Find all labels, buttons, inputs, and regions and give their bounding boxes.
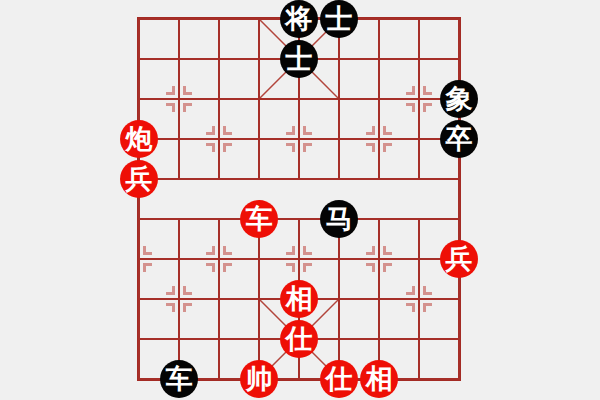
piece-red-pawn-2[interactable]: 兵: [440, 240, 478, 278]
point-marker: [383, 246, 392, 255]
grid-line: [418, 18, 420, 180]
grid-line: [258, 18, 260, 180]
point-marker: [406, 286, 415, 295]
point-marker: [423, 103, 432, 112]
grid-line: [138, 18, 140, 380]
point-marker: [183, 286, 192, 295]
point-marker: [183, 86, 192, 95]
point-marker: [366, 143, 375, 152]
xiangqi-app: 将士士象卒马车炮兵车兵相仕帅仕相: [0, 0, 600, 400]
point-marker: [406, 303, 415, 312]
point-marker: [366, 126, 375, 135]
piece-red-cannon[interactable]: 炮: [120, 120, 158, 158]
grid-line: [218, 18, 220, 180]
point-marker: [406, 86, 415, 95]
point-marker: [383, 126, 392, 135]
piece-red-general[interactable]: 帅: [240, 360, 278, 398]
point-marker: [303, 263, 312, 272]
grid-line: [458, 18, 460, 380]
point-marker: [286, 246, 295, 255]
point-marker: [303, 246, 312, 255]
point-marker: [303, 126, 312, 135]
point-marker: [206, 143, 215, 152]
piece-black-horse[interactable]: 马: [320, 200, 358, 238]
piece-red-elephant-1[interactable]: 相: [280, 280, 318, 318]
point-marker: [383, 143, 392, 152]
grid-line: [418, 218, 420, 380]
piece-red-pawn-1[interactable]: 兵: [120, 160, 158, 198]
point-marker: [303, 143, 312, 152]
grid-line: [338, 218, 340, 380]
point-marker: [223, 143, 232, 152]
point-marker: [183, 103, 192, 112]
point-marker: [423, 86, 432, 95]
point-marker: [383, 263, 392, 272]
grid-line: [258, 218, 260, 380]
point-marker: [423, 303, 432, 312]
point-marker: [223, 263, 232, 272]
grid-line: [178, 18, 180, 180]
point-marker: [206, 263, 215, 272]
grid-line: [378, 18, 380, 180]
point-marker: [286, 143, 295, 152]
point-marker: [143, 246, 152, 255]
point-marker: [366, 246, 375, 255]
grid-line: [218, 218, 220, 380]
point-marker: [423, 286, 432, 295]
piece-black-pawn[interactable]: 卒: [440, 120, 478, 158]
piece-black-advisor-2[interactable]: 士: [280, 40, 318, 78]
point-marker: [166, 303, 175, 312]
piece-black-chariot[interactable]: 车: [160, 360, 198, 398]
piece-red-advisor-1[interactable]: 仕: [280, 320, 318, 358]
point-marker: [166, 86, 175, 95]
point-marker: [286, 263, 295, 272]
piece-black-elephant[interactable]: 象: [440, 80, 478, 118]
point-marker: [183, 303, 192, 312]
point-marker: [166, 103, 175, 112]
grid-line: [378, 218, 380, 380]
piece-red-chariot[interactable]: 车: [240, 200, 278, 238]
piece-red-elephant-2[interactable]: 相: [360, 360, 398, 398]
point-marker: [223, 246, 232, 255]
point-marker: [223, 126, 232, 135]
grid-line: [178, 218, 180, 380]
xiangqi-board[interactable]: 将士士象卒马车炮兵车兵相仕帅仕相: [139, 19, 459, 379]
point-marker: [406, 103, 415, 112]
point-marker: [166, 286, 175, 295]
piece-black-advisor-1[interactable]: 士: [320, 0, 358, 38]
piece-red-advisor-2[interactable]: 仕: [320, 360, 358, 398]
piece-black-general[interactable]: 将: [280, 0, 318, 38]
point-marker: [143, 263, 152, 272]
grid-line: [338, 18, 340, 180]
point-marker: [206, 246, 215, 255]
point-marker: [366, 263, 375, 272]
point-marker: [206, 126, 215, 135]
point-marker: [286, 126, 295, 135]
